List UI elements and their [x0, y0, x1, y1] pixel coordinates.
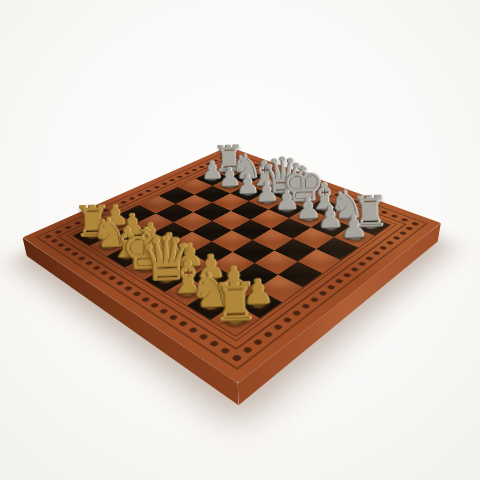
photo-background: ♜♞♝♛♚♝♞♜♟♟♟♟♟♟♟♟♟♟♟♟♟♟♟♟♜♞♝♚♛♝♞♜: [0, 0, 480, 480]
chess-board: ♜♞♝♛♚♝♞♜♟♟♟♟♟♟♟♟♟♟♟♟♟♟♟♟♜♞♝♚♛♝♞♜: [22, 146, 440, 383]
board-square[interactable]: ♜: [211, 304, 260, 336]
camera-tilt: ♜♞♝♛♚♝♞♜♟♟♟♟♟♟♟♟♟♟♟♟♟♟♟♟♜♞♝♚♛♝♞♜: [0, 0, 480, 480]
scene: ♜♞♝♛♚♝♞♜♟♟♟♟♟♟♟♟♟♟♟♟♟♟♟♟♜♞♝♚♛♝♞♜: [0, 0, 480, 480]
